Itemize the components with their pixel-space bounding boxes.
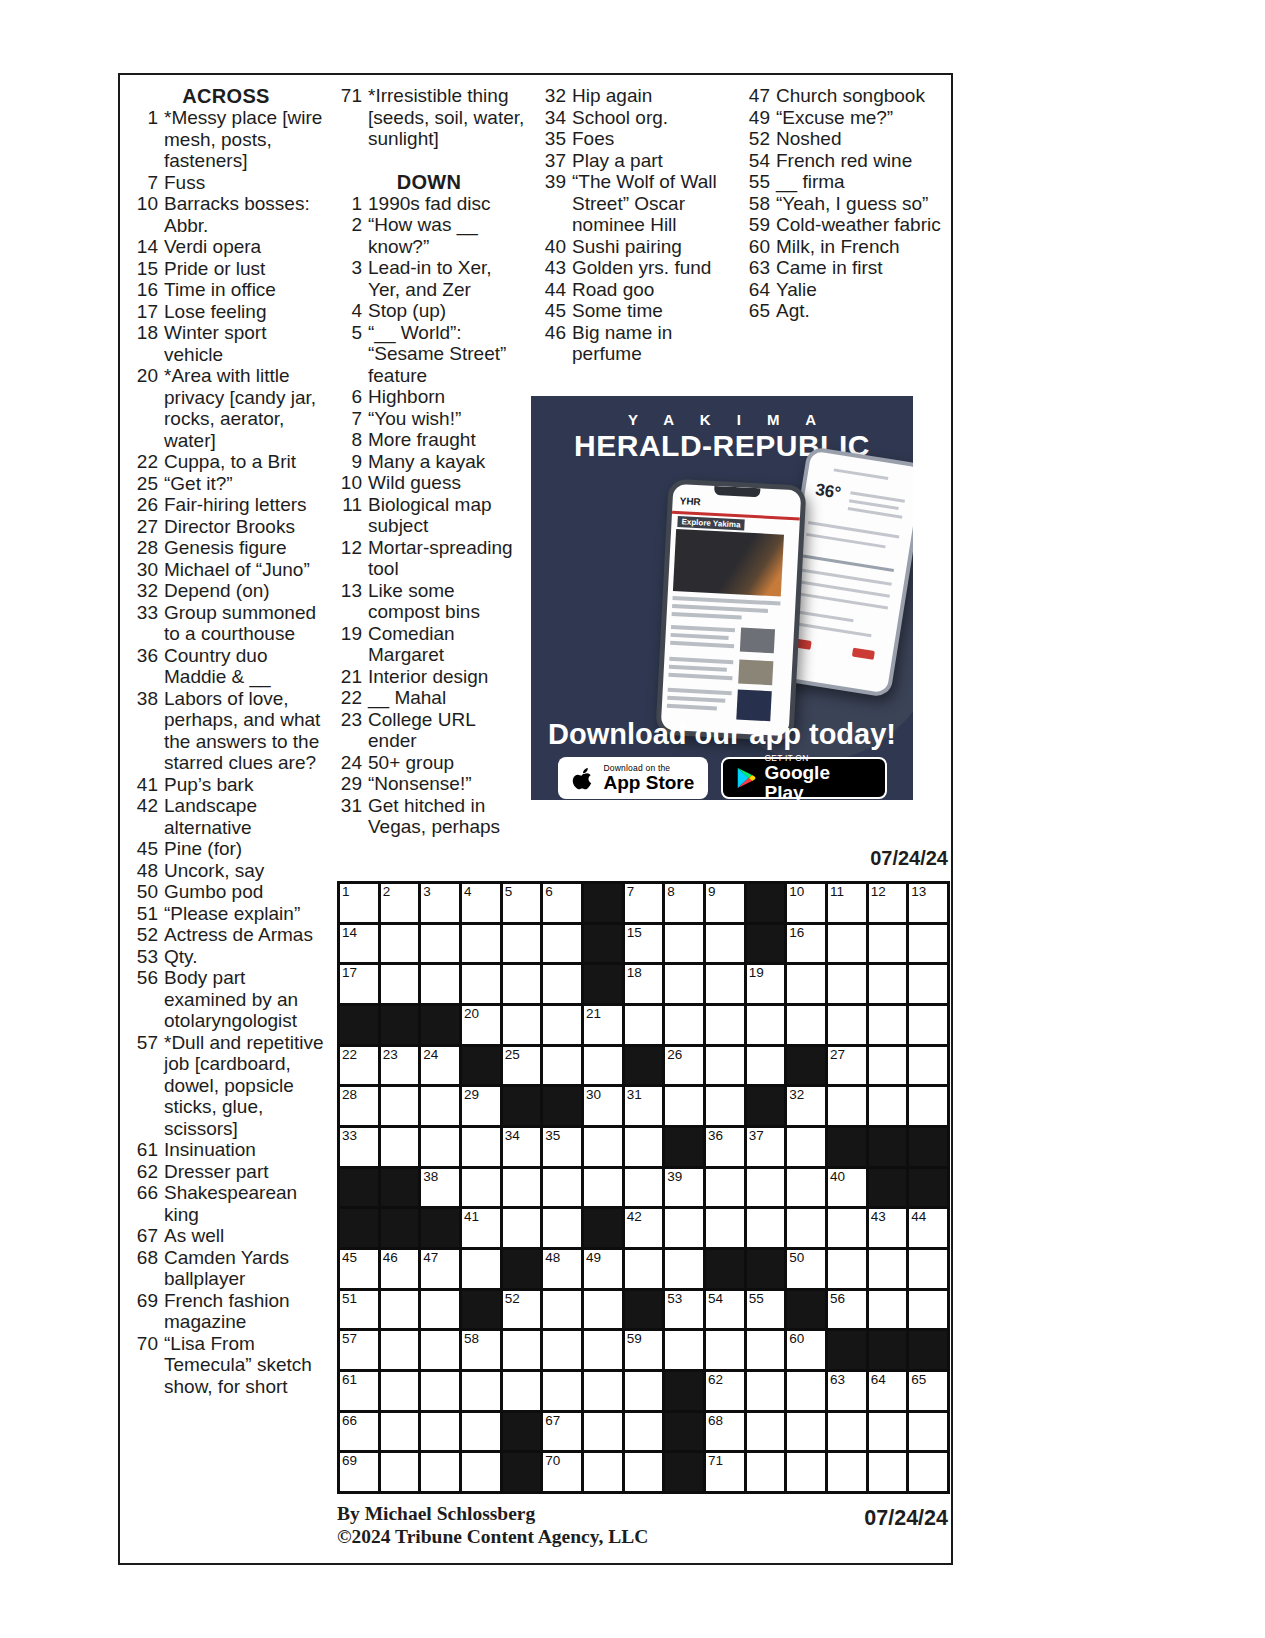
- cell-r14c2[interactable]: [381, 1413, 419, 1451]
- cell-r3c3[interactable]: [421, 965, 459, 1003]
- cell-r13c13[interactable]: 63: [828, 1372, 866, 1410]
- across-clue-27: 27Director Brooks: [127, 516, 325, 538]
- cell-r7c11[interactable]: 37: [747, 1128, 785, 1166]
- clue-number: 25: [127, 473, 164, 495]
- across-clue-26: 26Fair-hiring letters: [127, 494, 325, 516]
- clue-text: Stop (up): [368, 300, 527, 322]
- cell-r11c1[interactable]: 51: [340, 1291, 378, 1329]
- down-clue-19: 19Comedian Margaret: [331, 623, 527, 666]
- cell-number: 63: [830, 1372, 845, 1388]
- clue-number: 67: [127, 1225, 164, 1247]
- cell-r1c14[interactable]: 12: [869, 884, 907, 922]
- clue-number: 45: [127, 838, 164, 860]
- cell-r13c2[interactable]: [381, 1372, 419, 1410]
- clue-number: 45: [535, 300, 572, 322]
- cell-r6c14[interactable]: [869, 1087, 907, 1125]
- cell-r1c5[interactable]: 5: [503, 884, 541, 922]
- cell-number: 22: [342, 1047, 357, 1063]
- cell-number: 32: [789, 1087, 804, 1103]
- cell-r13c7[interactable]: [584, 1372, 622, 1410]
- cell-r9c9[interactable]: [665, 1209, 703, 1247]
- cell-r6c10[interactable]: [706, 1087, 744, 1125]
- cell-r7c3[interactable]: [421, 1128, 459, 1166]
- cell-r9c13[interactable]: [828, 1209, 866, 1247]
- cell-r8c13[interactable]: 40: [828, 1169, 866, 1207]
- cell-r6c15[interactable]: [909, 1087, 947, 1125]
- cell-r8c7[interactable]: [584, 1169, 622, 1207]
- clue-number: 56: [127, 967, 164, 1032]
- cell-r5c10[interactable]: [706, 1047, 744, 1085]
- cell-r2c15[interactable]: [909, 925, 947, 963]
- clue-text: Shakespearean king: [164, 1182, 325, 1225]
- clue-text: French red wine: [776, 150, 941, 172]
- cell-r11c6[interactable]: [543, 1291, 581, 1329]
- cell-r1c6[interactable]: 6: [543, 884, 581, 922]
- cell-r2c12[interactable]: 16: [787, 925, 825, 963]
- across-clue-14: 14Verdi opera: [127, 236, 325, 258]
- cell-r8c12[interactable]: [787, 1169, 825, 1207]
- cell-r12c10[interactable]: [706, 1331, 744, 1369]
- cell-r7c5[interactable]: 34: [503, 1128, 541, 1166]
- cell-r11c15[interactable]: [909, 1291, 947, 1329]
- clue-text: Hip again: [572, 85, 733, 107]
- clue-text: Time in office: [164, 279, 325, 301]
- news-banner: Explore Yakima: [677, 516, 744, 530]
- clue-text: Play a part: [572, 150, 733, 172]
- cell-r11c2[interactable]: [381, 1291, 419, 1329]
- cell-r12c7[interactable]: [584, 1331, 622, 1369]
- across-clue-22: 22Cuppa, to a Brit: [127, 451, 325, 473]
- clue-number: 19: [331, 623, 368, 666]
- cell-r8c5[interactable]: [503, 1169, 541, 1207]
- cell-r8c10[interactable]: [706, 1169, 744, 1207]
- clue-number: 7: [127, 172, 164, 194]
- cell-r5c5[interactable]: 25: [503, 1047, 541, 1085]
- cell-r5c2[interactable]: 23: [381, 1047, 419, 1085]
- cell-r7c15-black: [909, 1128, 947, 1166]
- cell-r15c13[interactable]: [828, 1453, 866, 1491]
- cell-r1c1[interactable]: 1: [340, 884, 378, 922]
- cell-r5c11[interactable]: [747, 1047, 785, 1085]
- cell-r2c4[interactable]: [462, 925, 500, 963]
- down-clue-54: 54French red wine: [739, 150, 941, 172]
- cell-r8c1-black: [340, 1169, 378, 1207]
- cell-r7c4[interactable]: [462, 1128, 500, 1166]
- cell-r5c15[interactable]: [909, 1047, 947, 1085]
- across-clue-36: 36Country duo Maddie & __: [127, 645, 325, 688]
- cell-number: 24: [423, 1047, 438, 1063]
- news-app-header: YHR: [679, 495, 701, 507]
- cell-r9c7-black: [584, 1209, 622, 1247]
- cell-r15c2[interactable]: [381, 1453, 419, 1491]
- clue-text: Barracks bosses: Abbr.: [164, 193, 325, 236]
- cell-r7c7[interactable]: [584, 1128, 622, 1166]
- cell-r11c10[interactable]: 54: [706, 1291, 744, 1329]
- cell-r15c1[interactable]: 69: [340, 1453, 378, 1491]
- cell-r3c9[interactable]: [665, 965, 703, 1003]
- cell-r15c12[interactable]: [787, 1453, 825, 1491]
- clue-text: Camden Yards ballplayer: [164, 1247, 325, 1290]
- across-clue-28: 28Genesis figure: [127, 537, 325, 559]
- cell-r1c12[interactable]: 10: [787, 884, 825, 922]
- cell-r1c2[interactable]: 2: [381, 884, 419, 922]
- clue-text: “How was __ know?”: [368, 214, 527, 257]
- news-thumb-2: [738, 660, 773, 686]
- cell-r4c10[interactable]: [706, 1006, 744, 1044]
- cell-r9c14[interactable]: 43: [869, 1209, 907, 1247]
- cell-r9c15[interactable]: 44: [909, 1209, 947, 1247]
- cell-r14c11[interactable]: [747, 1413, 785, 1451]
- cell-r7c1[interactable]: 33: [340, 1128, 378, 1166]
- cell-r12c4[interactable]: 58: [462, 1331, 500, 1369]
- cell-r11c4-black: [462, 1291, 500, 1329]
- across-clue-33: 33Group summoned to a courthouse: [127, 602, 325, 645]
- cell-number: 65: [911, 1372, 926, 1388]
- down-clue-45: 45Some time: [535, 300, 733, 322]
- cell-r5c14[interactable]: [869, 1047, 907, 1085]
- cell-r10c13[interactable]: [828, 1250, 866, 1288]
- clue-number: 32: [127, 580, 164, 602]
- across-clue-18: 18Winter sport vehicle: [127, 322, 325, 365]
- cell-r2c2[interactable]: [381, 925, 419, 963]
- cell-r14c12[interactable]: [787, 1413, 825, 1451]
- clue-number: 47: [739, 85, 776, 107]
- cell-r10c1[interactable]: 45: [340, 1250, 378, 1288]
- cell-r6c8[interactable]: 31: [625, 1087, 663, 1125]
- down-clue-44: 44Road goo: [535, 279, 733, 301]
- cell-r11c5[interactable]: 52: [503, 1291, 541, 1329]
- cell-number: 29: [464, 1087, 479, 1103]
- cell-r15c6[interactable]: 70: [543, 1453, 581, 1491]
- clue-number: 46: [535, 322, 572, 365]
- clue-text: Pride or lust: [164, 258, 325, 280]
- cell-r15c3[interactable]: [421, 1453, 459, 1491]
- cell-number: 70: [545, 1453, 560, 1469]
- clue-number: 18: [127, 322, 164, 365]
- clue-number: 17: [127, 301, 164, 323]
- cell-r5c1[interactable]: 22: [340, 1047, 378, 1085]
- cell-r4c11[interactable]: [747, 1006, 785, 1044]
- cell-r14c7[interactable]: [584, 1413, 622, 1451]
- clue-text: Mortar-spreading tool: [368, 537, 527, 580]
- cell-r14c15[interactable]: [909, 1413, 947, 1451]
- cell-r13c1[interactable]: 61: [340, 1372, 378, 1410]
- cell-r3c8[interactable]: 18: [625, 965, 663, 1003]
- down-clue-31: 31Get hitched in Vegas, perhaps: [331, 795, 527, 838]
- cell-number: 4: [464, 884, 472, 900]
- down-clue-22: 22__ Mahal: [331, 687, 527, 709]
- cell-r3c11[interactable]: 19: [747, 965, 785, 1003]
- cell-r12c8[interactable]: 59: [625, 1331, 663, 1369]
- cell-r13c11[interactable]: [747, 1372, 785, 1410]
- cell-r3c15[interactable]: [909, 965, 947, 1003]
- clue-number: 22: [127, 451, 164, 473]
- clue-number: 7: [331, 408, 368, 430]
- cell-r4c14[interactable]: [869, 1006, 907, 1044]
- clue-number: 12: [331, 537, 368, 580]
- clue-text: Depend (on): [164, 580, 325, 602]
- cell-r3c2[interactable]: [381, 965, 419, 1003]
- cell-r4c7[interactable]: 21: [584, 1006, 622, 1044]
- cell-r2c10[interactable]: [706, 925, 744, 963]
- cell-r3c14[interactable]: [869, 965, 907, 1003]
- down-clue-9: 9Many a kayak: [331, 451, 527, 473]
- cell-r11c8-black: [625, 1291, 663, 1329]
- cell-r3c6[interactable]: [543, 965, 581, 1003]
- cell-r10c8[interactable]: [625, 1250, 663, 1288]
- cell-r8c6[interactable]: [543, 1169, 581, 1207]
- cell-r9c2-black: [381, 1209, 419, 1247]
- ad-brand-top: Y A K I M A: [531, 411, 913, 428]
- clue-number: 42: [127, 795, 164, 838]
- clue-text: Cuppa, to a Brit: [164, 451, 325, 473]
- cell-r15c4[interactable]: [462, 1453, 500, 1491]
- cell-r12c12[interactable]: 60: [787, 1331, 825, 1369]
- cell-r3c5[interactable]: [503, 965, 541, 1003]
- across-clue-45: 45Pine (for): [127, 838, 325, 860]
- clue-number: 28: [127, 537, 164, 559]
- clue-text: Gumbo pod: [164, 881, 325, 903]
- cell-r5c9[interactable]: 26: [665, 1047, 703, 1085]
- clue-number: 16: [127, 279, 164, 301]
- cell-r12c3[interactable]: [421, 1331, 459, 1369]
- cell-r3c4[interactable]: [462, 965, 500, 1003]
- clue-number: 40: [535, 236, 572, 258]
- cell-r6c9[interactable]: [665, 1087, 703, 1125]
- news-thumb-1: [740, 628, 775, 654]
- cell-number: 49: [586, 1250, 601, 1266]
- cell-r1c4[interactable]: 4: [462, 884, 500, 922]
- cell-r9c12[interactable]: [787, 1209, 825, 1247]
- cell-number: 10: [789, 884, 804, 900]
- cell-r15c15[interactable]: [909, 1453, 947, 1491]
- cell-r1c13[interactable]: 11: [828, 884, 866, 922]
- cell-r12c9[interactable]: [665, 1331, 703, 1369]
- cell-r11c3[interactable]: [421, 1291, 459, 1329]
- clue-text: Lose feeling: [164, 301, 325, 323]
- cell-r6c2[interactable]: [381, 1087, 419, 1125]
- down-clue-2: 2“How was __ know?”: [331, 214, 527, 257]
- cell-r13c8[interactable]: [625, 1372, 663, 1410]
- cell-r14c3[interactable]: [421, 1413, 459, 1451]
- cell-r6c7[interactable]: 30: [584, 1087, 622, 1125]
- cell-r9c4[interactable]: 41: [462, 1209, 500, 1247]
- cell-r10c3[interactable]: 47: [421, 1250, 459, 1288]
- cell-r3c1[interactable]: 17: [340, 965, 378, 1003]
- clue-number: 1: [331, 193, 368, 215]
- cell-r2c1[interactable]: 14: [340, 925, 378, 963]
- cell-r13c6[interactable]: [543, 1372, 581, 1410]
- clue-number: 21: [331, 666, 368, 688]
- down-clue-13: 13Like some compost bins: [331, 580, 527, 623]
- cell-r5c3[interactable]: 24: [421, 1047, 459, 1085]
- across-clue-1: 1*Messy place [wire mesh, posts, fastene…: [127, 107, 325, 172]
- cell-r12c5[interactable]: [503, 1331, 541, 1369]
- cell-r11c7[interactable]: [584, 1291, 622, 1329]
- cell-r12c6[interactable]: [543, 1331, 581, 1369]
- cell-r10c12[interactable]: 50: [787, 1250, 825, 1288]
- cell-r7c2[interactable]: [381, 1128, 419, 1166]
- cell-r10c9[interactable]: [665, 1250, 703, 1288]
- clue-text: School org.: [572, 107, 733, 129]
- cell-r3c12[interactable]: [787, 965, 825, 1003]
- cell-r8c3[interactable]: 38: [421, 1169, 459, 1207]
- cell-r13c3[interactable]: [421, 1372, 459, 1410]
- cell-r2c3[interactable]: [421, 925, 459, 963]
- cell-r8c8[interactable]: [625, 1169, 663, 1207]
- clue-text: Fair-hiring letters: [164, 494, 325, 516]
- cell-r13c4[interactable]: [462, 1372, 500, 1410]
- cell-r5c4-black: [462, 1047, 500, 1085]
- across-clue-51: 51“Please explain”: [127, 903, 325, 925]
- cell-r2c9[interactable]: [665, 925, 703, 963]
- cell-r4c4[interactable]: 20: [462, 1006, 500, 1044]
- clue-text: Agt.: [776, 300, 941, 322]
- cell-number: 3: [423, 884, 431, 900]
- app-store-badge[interactable]: Download on the App Store: [558, 757, 708, 799]
- cell-r15c14[interactable]: [869, 1453, 907, 1491]
- cell-number: 25: [505, 1047, 520, 1063]
- cell-r13c5[interactable]: [503, 1372, 541, 1410]
- clue-text: Foes: [572, 128, 733, 150]
- cell-r10c2[interactable]: 46: [381, 1250, 419, 1288]
- cell-r1c3[interactable]: 3: [421, 884, 459, 922]
- cell-r10c4[interactable]: [462, 1250, 500, 1288]
- cell-r3c10[interactable]: [706, 965, 744, 1003]
- cell-r10c7[interactable]: 49: [584, 1250, 622, 1288]
- cell-r6c3[interactable]: [421, 1087, 459, 1125]
- down-clue-5: 5“__ World”: “Sesame Street” feature: [331, 322, 527, 387]
- cell-r13c15[interactable]: 65: [909, 1372, 947, 1410]
- cell-r2c6[interactable]: [543, 925, 581, 963]
- cell-r14c6[interactable]: 67: [543, 1413, 581, 1451]
- cell-r8c11[interactable]: [747, 1169, 785, 1207]
- clue-text: Actress de Armas: [164, 924, 325, 946]
- cell-r2c5[interactable]: [503, 925, 541, 963]
- cell-r14c8[interactable]: [625, 1413, 663, 1451]
- cell-number: 41: [464, 1209, 479, 1225]
- cell-r5c7[interactable]: [584, 1047, 622, 1085]
- cell-r2c8[interactable]: 15: [625, 925, 663, 963]
- cell-r9c10[interactable]: [706, 1209, 744, 1247]
- cell-r5c6[interactable]: [543, 1047, 581, 1085]
- cell-r5c13[interactable]: 27: [828, 1047, 866, 1085]
- cell-r9c5[interactable]: [503, 1209, 541, 1247]
- cell-r6c13[interactable]: [828, 1087, 866, 1125]
- clue-text: *Dull and repetitive job [cardboard, dow…: [164, 1032, 325, 1140]
- cell-r4c5[interactable]: [503, 1006, 541, 1044]
- cell-r11c9[interactable]: 53: [665, 1291, 703, 1329]
- cell-r1c8[interactable]: 7: [625, 884, 663, 922]
- cell-r14c13[interactable]: [828, 1413, 866, 1451]
- cell-r15c7[interactable]: [584, 1453, 622, 1491]
- cell-r15c8[interactable]: [625, 1453, 663, 1491]
- cell-r2c13[interactable]: [828, 925, 866, 963]
- cell-r11c12-black: [787, 1291, 825, 1329]
- google-play-badge[interactable]: GET IT ON Google Play: [721, 757, 887, 799]
- cell-r13c14[interactable]: 64: [869, 1372, 907, 1410]
- cell-r15c10[interactable]: 71: [706, 1453, 744, 1491]
- cell-number: 58: [464, 1331, 479, 1347]
- clue-number: 52: [739, 128, 776, 150]
- across-clue-32: 32Depend (on): [127, 580, 325, 602]
- cell-r11c14[interactable]: [869, 1291, 907, 1329]
- cell-r4c15[interactable]: [909, 1006, 947, 1044]
- cell-r6c1[interactable]: 28: [340, 1087, 378, 1125]
- cell-r4c6[interactable]: [543, 1006, 581, 1044]
- cell-r1c9[interactable]: 8: [665, 884, 703, 922]
- clue-number: 32: [535, 85, 572, 107]
- cell-r4c12[interactable]: [787, 1006, 825, 1044]
- clue-text: Pup’s bark: [164, 774, 325, 796]
- cell-r4c9[interactable]: [665, 1006, 703, 1044]
- cell-r1c10[interactable]: 9: [706, 884, 744, 922]
- clue-text: Golden yrs. fund: [572, 257, 733, 279]
- clue-text: Verdi opera: [164, 236, 325, 258]
- cell-r11c13[interactable]: 56: [828, 1291, 866, 1329]
- clue-text: Interior design: [368, 666, 527, 688]
- cell-r14c1[interactable]: 66: [340, 1413, 378, 1451]
- clue-text: College URL ender: [368, 709, 527, 752]
- cell-r6c12[interactable]: 32: [787, 1087, 825, 1125]
- cell-r10c6[interactable]: 48: [543, 1250, 581, 1288]
- cell-r12c1[interactable]: 57: [340, 1331, 378, 1369]
- cell-r14c4[interactable]: [462, 1413, 500, 1451]
- cell-r15c11[interactable]: [747, 1453, 785, 1491]
- across-clue-38: 38Labors of love, perhaps, and what the …: [127, 688, 325, 774]
- cell-r9c8[interactable]: 42: [625, 1209, 663, 1247]
- cell-r6c6-black: [543, 1087, 581, 1125]
- down-clue-7: 7“You wish!”: [331, 408, 527, 430]
- cell-r8c4[interactable]: [462, 1169, 500, 1207]
- cell-r13c12[interactable]: [787, 1372, 825, 1410]
- cell-r10c15[interactable]: [909, 1250, 947, 1288]
- cell-r9c6[interactable]: [543, 1209, 581, 1247]
- cell-r2c14[interactable]: [869, 925, 907, 963]
- cell-r10c14[interactable]: [869, 1250, 907, 1288]
- cell-r9c11[interactable]: [747, 1209, 785, 1247]
- clue-text: Genesis figure: [164, 537, 325, 559]
- clue-text: Some time: [572, 300, 733, 322]
- cell-r11c11[interactable]: 55: [747, 1291, 785, 1329]
- news-hero-image: [673, 529, 784, 597]
- cell-r1c15[interactable]: 13: [909, 884, 947, 922]
- clue-number: 50: [127, 881, 164, 903]
- cell-r12c2[interactable]: [381, 1331, 419, 1369]
- cell-r4c8[interactable]: [625, 1006, 663, 1044]
- cell-r13c10[interactable]: 62: [706, 1372, 744, 1410]
- cell-r3c13[interactable]: [828, 965, 866, 1003]
- cell-r7c12[interactable]: [787, 1128, 825, 1166]
- cell-r4c3-black: [421, 1006, 459, 1044]
- clue-number: 4: [331, 300, 368, 322]
- cell-r6c4[interactable]: 29: [462, 1087, 500, 1125]
- clue-text: Michael of “Juno”: [164, 559, 325, 581]
- cell-r7c10[interactable]: 36: [706, 1128, 744, 1166]
- cell-r14c10[interactable]: 68: [706, 1413, 744, 1451]
- cell-number: 40: [830, 1169, 845, 1185]
- cell-r7c8[interactable]: [625, 1128, 663, 1166]
- puzzle-date-top: 07/24/24: [700, 847, 948, 870]
- cell-r14c14[interactable]: [869, 1413, 907, 1451]
- cell-r8c9[interactable]: 39: [665, 1169, 703, 1207]
- clue-text: Noshed: [776, 128, 941, 150]
- clue-text: Winter sport vehicle: [164, 322, 325, 365]
- cell-r7c6[interactable]: 35: [543, 1128, 581, 1166]
- cell-number: 56: [830, 1291, 845, 1307]
- cell-r12c11[interactable]: [747, 1331, 785, 1369]
- cell-r4c13[interactable]: [828, 1006, 866, 1044]
